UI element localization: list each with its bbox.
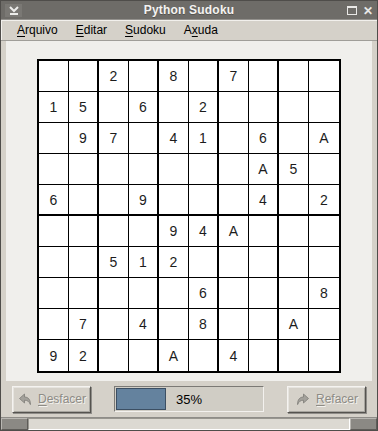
cell-r7c7[interactable]: [219, 247, 249, 278]
cell-r7c6[interactable]: [189, 247, 219, 278]
cell-r8c9[interactable]: [279, 278, 309, 309]
undo-label: Desfacer: [38, 392, 86, 406]
cell-r10c10[interactable]: [309, 340, 339, 371]
cell-r5c2[interactable]: [69, 185, 99, 216]
cell-r6c7[interactable]: A: [219, 216, 249, 247]
cell-r10c5[interactable]: A: [159, 340, 189, 371]
cell-r8c10[interactable]: 8: [309, 278, 339, 309]
cell-r3c1[interactable]: [39, 123, 69, 154]
cell-r2c5[interactable]: [159, 92, 189, 123]
window-menu-button[interactable]: [5, 4, 22, 17]
redo-button[interactable]: Refacer: [287, 386, 366, 413]
cell-r2c1[interactable]: 1: [39, 92, 69, 123]
progress-bar: 35%: [114, 386, 264, 412]
maximize-button[interactable]: [347, 6, 357, 15]
window-title: Python Sudoku: [1, 3, 377, 17]
cell-r4c10[interactable]: [309, 154, 339, 185]
cell-r9c6[interactable]: 8: [189, 309, 219, 340]
cell-r4c1[interactable]: [39, 154, 69, 185]
cell-r4c3[interactable]: [99, 154, 129, 185]
cell-r9c1[interactable]: [39, 309, 69, 340]
cell-r7c2[interactable]: [69, 247, 99, 278]
undo-button[interactable]: Desfacer: [12, 386, 91, 413]
cell-r4c9[interactable]: 5: [279, 154, 309, 185]
cell-r6c5[interactable]: 9: [159, 216, 189, 247]
cell-r10c8[interactable]: [249, 340, 279, 371]
cell-r10c2[interactable]: 2: [69, 340, 99, 371]
menu-sudoku[interactable]: Sudoku: [116, 21, 175, 39]
content-area: 287156297416AA5694294A51268748A92A4: [6, 41, 372, 381]
cell-r3c4[interactable]: [129, 123, 159, 154]
cell-r10c1[interactable]: 9: [39, 340, 69, 371]
cell-r2c10[interactable]: [309, 92, 339, 123]
cell-r6c9[interactable]: [279, 216, 309, 247]
menu-arquivo[interactable]: Arquivo: [8, 21, 67, 39]
cell-r7c5[interactable]: 2: [159, 247, 189, 278]
close-icon: ✕: [363, 4, 373, 18]
cell-r8c3[interactable]: [99, 278, 129, 309]
cell-r5c7[interactable]: [219, 185, 249, 216]
cell-r3c2[interactable]: 9: [69, 123, 99, 154]
cell-r3c8[interactable]: 6: [249, 123, 279, 154]
cell-r6c6[interactable]: 4: [189, 216, 219, 247]
cell-r8c8[interactable]: [249, 278, 279, 309]
close-button[interactable]: ✕: [363, 1, 373, 19]
cell-r9c2[interactable]: 7: [69, 309, 99, 340]
cell-r2c3[interactable]: [99, 92, 129, 123]
cell-r7c4[interactable]: 1: [129, 247, 159, 278]
titlebar: Python Sudoku ✕: [1, 1, 377, 19]
cell-r6c4[interactable]: [129, 216, 159, 247]
cell-r5c5[interactable]: [159, 185, 189, 216]
cell-r5c10[interactable]: 2: [309, 185, 339, 216]
cell-r10c9[interactable]: [279, 340, 309, 371]
cell-r1c3[interactable]: 2: [99, 61, 129, 92]
cell-r4c8[interactable]: A: [249, 154, 279, 185]
cell-r7c3[interactable]: 5: [99, 247, 129, 278]
cell-r10c3[interactable]: [99, 340, 129, 371]
redo-label: Refacer: [316, 392, 358, 406]
cell-r3c9[interactable]: [279, 123, 309, 154]
cell-r6c1[interactable]: [39, 216, 69, 247]
cell-r2c9[interactable]: [279, 92, 309, 123]
cell-r2c6[interactable]: 2: [189, 92, 219, 123]
undo-arrow-icon: [17, 391, 33, 407]
resize-grip-right[interactable]: [350, 418, 377, 430]
cell-r9c8[interactable]: [249, 309, 279, 340]
cell-r3c10[interactable]: A: [309, 123, 339, 154]
cell-r7c1[interactable]: [39, 247, 69, 278]
cell-r1c10[interactable]: [309, 61, 339, 92]
cell-r1c5[interactable]: 8: [159, 61, 189, 92]
bottom-toolbar: Desfacer 35% Refacer: [1, 381, 377, 417]
cell-r10c4[interactable]: [129, 340, 159, 371]
cell-r6c2[interactable]: [69, 216, 99, 247]
menu-editar[interactable]: Editar: [67, 21, 116, 39]
cell-r5c1[interactable]: 6: [39, 185, 69, 216]
cell-r10c7[interactable]: 4: [219, 340, 249, 371]
cell-r1c9[interactable]: [279, 61, 309, 92]
cell-r8c2[interactable]: [69, 278, 99, 309]
cell-r1c8[interactable]: [249, 61, 279, 92]
cell-r2c2[interactable]: 5: [69, 92, 99, 123]
cell-r7c8[interactable]: [249, 247, 279, 278]
cell-r3c6[interactable]: 1: [189, 123, 219, 154]
cell-r4c6[interactable]: [189, 154, 219, 185]
cell-r6c3[interactable]: [99, 216, 129, 247]
cell-r3c7[interactable]: [219, 123, 249, 154]
cell-r4c2[interactable]: [69, 154, 99, 185]
cell-r5c9[interactable]: [279, 185, 309, 216]
cell-r1c7[interactable]: 7: [219, 61, 249, 92]
cell-r2c8[interactable]: [249, 92, 279, 123]
cell-r8c5[interactable]: [159, 278, 189, 309]
resize-grip-left[interactable]: [1, 418, 28, 430]
cell-r5c6[interactable]: [189, 185, 219, 216]
cell-r9c9[interactable]: A: [279, 309, 309, 340]
cell-r5c3[interactable]: [99, 185, 129, 216]
cell-r9c4[interactable]: 4: [129, 309, 159, 340]
app-window: Python Sudoku ✕ Arquivo Editar Sudoku Ax…: [0, 0, 378, 431]
cell-r3c3[interactable]: 7: [99, 123, 129, 154]
cell-r3c5[interactable]: 4: [159, 123, 189, 154]
cell-r8c6[interactable]: 6: [189, 278, 219, 309]
cell-r4c4[interactable]: [129, 154, 159, 185]
maximize-icon: [347, 6, 357, 15]
cell-r8c7[interactable]: [219, 278, 249, 309]
cell-r6c8[interactable]: [249, 216, 279, 247]
redo-arrow-icon: [295, 391, 311, 407]
cell-r5c4[interactable]: 9: [129, 185, 159, 216]
cell-r7c10[interactable]: [309, 247, 339, 278]
cell-r8c1[interactable]: [39, 278, 69, 309]
shade-icon: [8, 5, 20, 16]
cell-r1c4[interactable]: [129, 61, 159, 92]
progress-text: 35%: [115, 387, 263, 411]
cell-r10c6[interactable]: [189, 340, 219, 371]
cell-r5c8[interactable]: 4: [249, 185, 279, 216]
cell-r9c7[interactable]: [219, 309, 249, 340]
menubar: Arquivo Editar Sudoku Axuda: [1, 19, 377, 41]
cell-r4c7[interactable]: [219, 154, 249, 185]
cell-r1c1[interactable]: [39, 61, 69, 92]
cell-r8c4[interactable]: [129, 278, 159, 309]
cell-r7c9[interactable]: [279, 247, 309, 278]
cell-r9c5[interactable]: [159, 309, 189, 340]
menu-axuda[interactable]: Axuda: [175, 21, 227, 39]
statusbar: [1, 417, 377, 430]
cell-r9c10[interactable]: [309, 309, 339, 340]
cell-r2c4[interactable]: 6: [129, 92, 159, 123]
cell-r1c6[interactable]: [189, 61, 219, 92]
cell-r2c7[interactable]: [219, 92, 249, 123]
sudoku-board: 287156297416AA5694294A51268748A92A4: [37, 59, 341, 373]
cell-r1c2[interactable]: [69, 61, 99, 92]
cell-r9c3[interactable]: [99, 309, 129, 340]
cell-r6c10[interactable]: [309, 216, 339, 247]
cell-r4c5[interactable]: [159, 154, 189, 185]
status-area: [28, 418, 350, 430]
